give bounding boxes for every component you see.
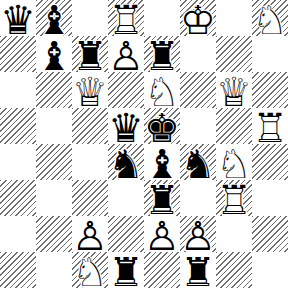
- square-a5[interactable]: [0, 108, 36, 144]
- square-a2[interactable]: [0, 216, 36, 252]
- square-f1[interactable]: ♜♜: [180, 252, 216, 288]
- chess-board: ♛♛♝♝♜♖♚♔♞♘♝♝♜♜♟♙♜♜♛♕♞♘♛♕♛♛♚♚♜♖♞♞♝♝♞♞♞♘♜♜…: [0, 0, 288, 288]
- square-b8[interactable]: ♝♝: [36, 0, 72, 36]
- square-e5[interactable]: ♚♚: [144, 108, 180, 144]
- square-c7[interactable]: ♜♜: [72, 36, 108, 72]
- white-pawn-f2[interactable]: ♟♙: [180, 216, 216, 252]
- square-e4[interactable]: ♝♝: [144, 144, 180, 180]
- square-e2[interactable]: ♟♙: [144, 216, 180, 252]
- square-c2[interactable]: ♟♙: [72, 216, 108, 252]
- square-e7[interactable]: ♜♜: [144, 36, 180, 72]
- square-c3[interactable]: [72, 180, 108, 216]
- white-pawn-c2[interactable]: ♟♙: [72, 216, 108, 252]
- square-f2[interactable]: ♟♙: [180, 216, 216, 252]
- black-rook-f1[interactable]: ♜♜: [180, 252, 216, 288]
- square-a4[interactable]: [0, 144, 36, 180]
- black-knight-f4[interactable]: ♞♞: [180, 144, 216, 180]
- square-d5[interactable]: ♛♛: [108, 108, 144, 144]
- square-a1[interactable]: [0, 252, 36, 288]
- white-knight-h8[interactable]: ♞♘: [252, 0, 288, 36]
- black-bishop-b7[interactable]: ♝♝: [36, 36, 72, 72]
- square-d8[interactable]: ♜♖: [108, 0, 144, 36]
- square-d1[interactable]: ♜♜: [108, 252, 144, 288]
- black-rook-e3[interactable]: ♜♜: [144, 180, 180, 216]
- square-h1[interactable]: [252, 252, 288, 288]
- white-pawn-d7[interactable]: ♟♙: [108, 36, 144, 72]
- square-b2[interactable]: [36, 216, 72, 252]
- square-a8[interactable]: ♛♛: [0, 0, 36, 36]
- square-a6[interactable]: [0, 72, 36, 108]
- square-h2[interactable]: [252, 216, 288, 252]
- black-bishop-icon: ♝: [36, 36, 72, 76]
- white-rook-d8[interactable]: ♜♖: [108, 0, 144, 36]
- square-b3[interactable]: [36, 180, 72, 216]
- square-d2[interactable]: [108, 216, 144, 252]
- black-rook-d1[interactable]: ♜♜: [108, 252, 144, 288]
- square-b1[interactable]: [36, 252, 72, 288]
- black-rook-icon: ♜: [180, 252, 216, 288]
- black-queen-d5[interactable]: ♛♛: [108, 108, 144, 144]
- white-rook-icon: ♖: [252, 108, 288, 148]
- square-g1[interactable]: [216, 252, 252, 288]
- square-h5[interactable]: ♜♖: [252, 108, 288, 144]
- white-pawn-e2[interactable]: ♟♙: [144, 216, 180, 252]
- black-king-e5[interactable]: ♚♚: [144, 108, 180, 144]
- square-g3[interactable]: ♜♖: [216, 180, 252, 216]
- square-f5[interactable]: [180, 108, 216, 144]
- black-bishop-e4[interactable]: ♝♝: [144, 144, 180, 180]
- white-knight-g4[interactable]: ♞♘: [216, 144, 252, 180]
- white-king-icon: ♔: [180, 0, 216, 40]
- square-f8[interactable]: ♚♔: [180, 0, 216, 36]
- square-g7[interactable]: [216, 36, 252, 72]
- square-g4[interactable]: ♞♘: [216, 144, 252, 180]
- square-c8[interactable]: [72, 0, 108, 36]
- white-queen-g6[interactable]: ♛♕: [216, 72, 252, 108]
- white-rook-icon: ♖: [216, 180, 252, 220]
- square-g6[interactable]: ♛♕: [216, 72, 252, 108]
- square-e8[interactable]: [144, 0, 180, 36]
- white-queen-c6[interactable]: ♛♕: [72, 72, 108, 108]
- square-c1[interactable]: ♞♘: [72, 252, 108, 288]
- white-rook-g3[interactable]: ♜♖: [216, 180, 252, 216]
- square-h6[interactable]: [252, 72, 288, 108]
- square-f6[interactable]: [180, 72, 216, 108]
- square-b7[interactable]: ♝♝: [36, 36, 72, 72]
- square-a3[interactable]: [0, 180, 36, 216]
- white-pawn-icon: ♙: [108, 36, 144, 76]
- square-h3[interactable]: [252, 180, 288, 216]
- black-knight-icon: ♞: [180, 144, 216, 184]
- square-g8[interactable]: [216, 0, 252, 36]
- square-b5[interactable]: [36, 108, 72, 144]
- square-f4[interactable]: ♞♞: [180, 144, 216, 180]
- square-d7[interactable]: ♟♙: [108, 36, 144, 72]
- black-rook-e7[interactable]: ♜♜: [144, 36, 180, 72]
- white-king-f8[interactable]: ♚♔: [180, 0, 216, 36]
- black-queen-icon: ♛: [0, 0, 36, 40]
- square-e6[interactable]: ♞♘: [144, 72, 180, 108]
- white-rook-h5[interactable]: ♜♖: [252, 108, 288, 144]
- square-c4[interactable]: [72, 144, 108, 180]
- black-rook-icon: ♜: [108, 252, 144, 288]
- square-d4[interactable]: ♞♞: [108, 144, 144, 180]
- square-c6[interactable]: ♛♕: [72, 72, 108, 108]
- white-pawn-icon: ♙: [144, 216, 180, 256]
- square-e3[interactable]: ♜♜: [144, 180, 180, 216]
- white-knight-icon: ♘: [252, 0, 288, 40]
- white-knight-c1[interactable]: ♞♘: [72, 252, 108, 288]
- black-queen-a8[interactable]: ♛♛: [0, 0, 36, 36]
- white-knight-icon: ♘: [72, 252, 108, 288]
- black-bishop-b8[interactable]: ♝♝: [36, 0, 72, 36]
- black-rook-c7[interactable]: ♜♜: [72, 36, 108, 72]
- square-b4[interactable]: [36, 144, 72, 180]
- black-knight-d4[interactable]: ♞♞: [108, 144, 144, 180]
- black-knight-icon: ♞: [108, 144, 144, 184]
- square-h8[interactable]: ♞♘: [252, 0, 288, 36]
- white-queen-icon: ♕: [72, 72, 108, 112]
- white-knight-e6[interactable]: ♞♘: [144, 72, 180, 108]
- white-queen-icon: ♕: [216, 72, 252, 112]
